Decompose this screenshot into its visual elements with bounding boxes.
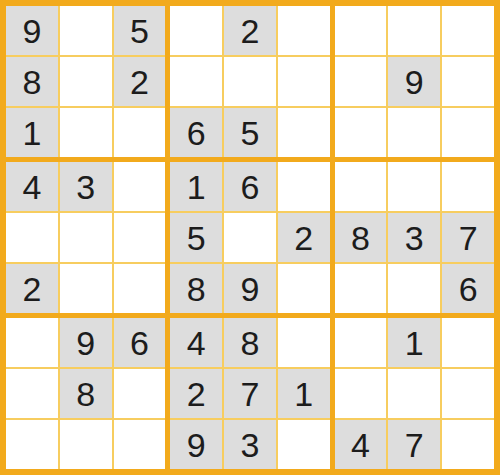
cell-r4c5: 6 (224, 162, 276, 211)
cell-r9c5: 3 (224, 420, 276, 469)
cell-r3c4: 6 (170, 108, 222, 157)
cell-r7c9[interactable] (442, 318, 494, 367)
cell-r8c4: 2 (170, 369, 222, 418)
sudoku-box-4: 432 (6, 162, 165, 313)
cell-r5c9: 7 (442, 213, 494, 262)
sudoku-board: 95821265943216528983769684827193147 (0, 0, 500, 475)
cell-r4c2: 3 (60, 162, 112, 211)
cell-r7c6[interactable] (278, 318, 330, 367)
cell-r6c5: 9 (224, 264, 276, 313)
cell-r2c8: 9 (388, 57, 440, 106)
cell-r9c2[interactable] (60, 420, 112, 469)
cell-r6c2[interactable] (60, 264, 112, 313)
cell-r5c6: 2 (278, 213, 330, 262)
cell-r3c2[interactable] (60, 108, 112, 157)
cell-r2c2[interactable] (60, 57, 112, 106)
cell-r2c9[interactable] (442, 57, 494, 106)
cell-r1c2[interactable] (60, 6, 112, 55)
cell-r8c9[interactable] (442, 369, 494, 418)
cell-r2c5[interactable] (224, 57, 276, 106)
cell-r8c7[interactable] (335, 369, 387, 418)
cell-r8c6: 1 (278, 369, 330, 418)
cell-r5c8: 3 (388, 213, 440, 262)
cell-r6c3[interactable] (114, 264, 166, 313)
cell-r2c6[interactable] (278, 57, 330, 106)
cell-r4c1: 4 (6, 162, 58, 211)
cell-r5c5[interactable] (224, 213, 276, 262)
cell-r6c8[interactable] (388, 264, 440, 313)
sudoku-box-7: 968 (6, 318, 165, 469)
cell-r6c6[interactable] (278, 264, 330, 313)
cell-r7c7[interactable] (335, 318, 387, 367)
cell-r5c1[interactable] (6, 213, 58, 262)
cell-r1c8[interactable] (388, 6, 440, 55)
cell-r4c8[interactable] (388, 162, 440, 211)
sudoku-box-6: 8376 (335, 162, 494, 313)
cell-r1c1: 9 (6, 6, 58, 55)
cell-r3c6[interactable] (278, 108, 330, 157)
cell-r7c8: 1 (388, 318, 440, 367)
cell-r4c3[interactable] (114, 162, 166, 211)
cell-r6c1: 2 (6, 264, 58, 313)
cell-r2c1: 8 (6, 57, 58, 106)
cell-r5c7: 8 (335, 213, 387, 262)
sudoku-box-2: 265 (170, 6, 329, 157)
cell-r2c3: 2 (114, 57, 166, 106)
cell-r4c6[interactable] (278, 162, 330, 211)
cell-r8c2: 8 (60, 369, 112, 418)
cell-r9c6[interactable] (278, 420, 330, 469)
cell-r9c3[interactable] (114, 420, 166, 469)
cell-r6c9: 6 (442, 264, 494, 313)
cell-r5c3[interactable] (114, 213, 166, 262)
cell-r1c6[interactable] (278, 6, 330, 55)
cell-r1c9[interactable] (442, 6, 494, 55)
cell-r5c2[interactable] (60, 213, 112, 262)
cell-r3c1: 1 (6, 108, 58, 157)
cell-r9c7: 4 (335, 420, 387, 469)
sudoku-box-9: 147 (335, 318, 494, 469)
cell-r7c1[interactable] (6, 318, 58, 367)
sudoku-box-8: 4827193 (170, 318, 329, 469)
cell-r4c4: 1 (170, 162, 222, 211)
cell-r1c4[interactable] (170, 6, 222, 55)
cell-r6c4: 8 (170, 264, 222, 313)
cell-r4c9[interactable] (442, 162, 494, 211)
cell-r6c7[interactable] (335, 264, 387, 313)
cell-r8c1[interactable] (6, 369, 58, 418)
cell-r5c4: 5 (170, 213, 222, 262)
cell-r8c3[interactable] (114, 369, 166, 418)
cell-r7c2: 9 (60, 318, 112, 367)
cell-r3c5: 5 (224, 108, 276, 157)
cell-r9c8: 7 (388, 420, 440, 469)
cell-r8c8[interactable] (388, 369, 440, 418)
cell-r1c5: 2 (224, 6, 276, 55)
cell-r9c1[interactable] (6, 420, 58, 469)
cell-r8c5: 7 (224, 369, 276, 418)
cell-r2c4[interactable] (170, 57, 222, 106)
sudoku-box-3: 9 (335, 6, 494, 157)
cell-r1c3: 5 (114, 6, 166, 55)
cell-r9c9[interactable] (442, 420, 494, 469)
cell-r2c7[interactable] (335, 57, 387, 106)
cell-r9c4: 9 (170, 420, 222, 469)
cell-r7c3: 6 (114, 318, 166, 367)
cell-r3c8[interactable] (388, 108, 440, 157)
sudoku-box-5: 165289 (170, 162, 329, 313)
cell-r1c7[interactable] (335, 6, 387, 55)
cell-r3c7[interactable] (335, 108, 387, 157)
cell-r4c7[interactable] (335, 162, 387, 211)
cell-r7c5: 8 (224, 318, 276, 367)
cell-r3c3[interactable] (114, 108, 166, 157)
cell-r3c9[interactable] (442, 108, 494, 157)
cell-r7c4: 4 (170, 318, 222, 367)
sudoku-box-1: 95821 (6, 6, 165, 157)
